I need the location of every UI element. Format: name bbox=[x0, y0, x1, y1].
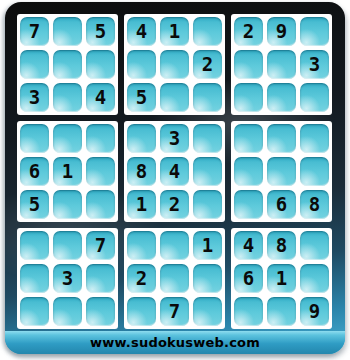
cell-r4c7[interactable] bbox=[234, 124, 263, 153]
cell-r7c9[interactable] bbox=[300, 231, 329, 260]
cell-r6c6[interactable] bbox=[193, 190, 222, 219]
cell-r8c9[interactable] bbox=[300, 264, 329, 293]
website-url: www.sudokusweb.com bbox=[90, 335, 260, 350]
cell-r7c3[interactable]: 7 bbox=[86, 231, 115, 260]
cell-r8c7[interactable]: 6 bbox=[234, 264, 263, 293]
cell-r1c6[interactable] bbox=[193, 17, 222, 46]
block-1-3: 293 bbox=[231, 14, 332, 115]
cell-r8c1[interactable] bbox=[20, 264, 49, 293]
cell-r7c2[interactable] bbox=[53, 231, 82, 260]
block-2-3: 68 bbox=[231, 121, 332, 222]
footer-band: www.sudokusweb.com bbox=[5, 331, 345, 354]
cell-r2c3[interactable] bbox=[86, 50, 115, 79]
cell-r8c4[interactable]: 2 bbox=[127, 264, 156, 293]
cell-r7c4[interactable] bbox=[127, 231, 156, 260]
cell-r7c8[interactable]: 8 bbox=[267, 231, 296, 260]
cell-r2c8[interactable] bbox=[267, 50, 296, 79]
cell-r8c3[interactable] bbox=[86, 264, 115, 293]
cell-r1c8[interactable]: 9 bbox=[267, 17, 296, 46]
cell-r5c1[interactable]: 6 bbox=[20, 157, 49, 186]
cell-r4c4[interactable] bbox=[127, 124, 156, 153]
cell-r7c5[interactable] bbox=[160, 231, 189, 260]
cell-r2c4[interactable] bbox=[127, 50, 156, 79]
cell-r3c9[interactable] bbox=[300, 83, 329, 112]
block-2-1: 615 bbox=[17, 121, 118, 222]
cell-r4c2[interactable] bbox=[53, 124, 82, 153]
cell-r4c9[interactable] bbox=[300, 124, 329, 153]
cell-r2c1[interactable] bbox=[20, 50, 49, 79]
cell-r6c5[interactable]: 2 bbox=[160, 190, 189, 219]
cell-r6c4[interactable]: 1 bbox=[127, 190, 156, 219]
cell-r1c5[interactable]: 1 bbox=[160, 17, 189, 46]
cell-r9c4[interactable] bbox=[127, 297, 156, 326]
cell-r9c2[interactable] bbox=[53, 297, 82, 326]
block-1-2: 4125 bbox=[124, 14, 225, 115]
cell-r3c7[interactable] bbox=[234, 83, 263, 112]
cell-r3c5[interactable] bbox=[160, 83, 189, 112]
cell-r2c9[interactable]: 3 bbox=[300, 50, 329, 79]
cell-r2c5[interactable] bbox=[160, 50, 189, 79]
cell-r5c2[interactable]: 1 bbox=[53, 157, 82, 186]
cell-r2c6[interactable]: 2 bbox=[193, 50, 222, 79]
cell-r4c1[interactable] bbox=[20, 124, 49, 153]
cell-r4c3[interactable] bbox=[86, 124, 115, 153]
cell-r6c8[interactable]: 6 bbox=[267, 190, 296, 219]
cell-r6c2[interactable] bbox=[53, 190, 82, 219]
cell-r5c4[interactable]: 8 bbox=[127, 157, 156, 186]
cell-r4c5[interactable]: 3 bbox=[160, 124, 189, 153]
cell-r5c7[interactable] bbox=[234, 157, 263, 186]
cell-r3c3[interactable]: 4 bbox=[86, 83, 115, 112]
cell-r9c5[interactable]: 7 bbox=[160, 297, 189, 326]
block-2-2: 38412 bbox=[124, 121, 225, 222]
cell-r9c7[interactable] bbox=[234, 297, 263, 326]
cell-r1c2[interactable] bbox=[53, 17, 82, 46]
cell-r7c6[interactable]: 1 bbox=[193, 231, 222, 260]
cell-r3c1[interactable]: 3 bbox=[20, 83, 49, 112]
block-3-1: 73 bbox=[17, 228, 118, 329]
cell-r9c3[interactable] bbox=[86, 297, 115, 326]
cell-r4c6[interactable] bbox=[193, 124, 222, 153]
cell-r3c8[interactable] bbox=[267, 83, 296, 112]
cell-r1c4[interactable]: 4 bbox=[127, 17, 156, 46]
cell-r7c7[interactable]: 4 bbox=[234, 231, 263, 260]
cell-r4c8[interactable] bbox=[267, 124, 296, 153]
cell-r1c7[interactable]: 2 bbox=[234, 17, 263, 46]
cell-r9c1[interactable] bbox=[20, 297, 49, 326]
cell-r5c5[interactable]: 4 bbox=[160, 157, 189, 186]
cell-r9c8[interactable] bbox=[267, 297, 296, 326]
cell-r6c9[interactable]: 8 bbox=[300, 190, 329, 219]
block-1-1: 7534 bbox=[17, 14, 118, 115]
cell-r8c6[interactable] bbox=[193, 264, 222, 293]
cell-r1c9[interactable] bbox=[300, 17, 329, 46]
cell-r2c2[interactable] bbox=[53, 50, 82, 79]
block-3-3: 48619 bbox=[231, 228, 332, 329]
board: 7534412529361538412687312748619 bbox=[17, 14, 332, 329]
cell-r6c1[interactable]: 5 bbox=[20, 190, 49, 219]
sudoku-board-frame: 7534412529361538412687312748619 www.sudo… bbox=[5, 2, 345, 354]
cell-r8c2[interactable]: 3 bbox=[53, 264, 82, 293]
cell-r1c1[interactable]: 7 bbox=[20, 17, 49, 46]
cell-r6c3[interactable] bbox=[86, 190, 115, 219]
cell-r9c9[interactable]: 9 bbox=[300, 297, 329, 326]
cell-r5c6[interactable] bbox=[193, 157, 222, 186]
cell-r3c2[interactable] bbox=[53, 83, 82, 112]
cell-r6c7[interactable] bbox=[234, 190, 263, 219]
cell-r9c6[interactable] bbox=[193, 297, 222, 326]
cell-r5c8[interactable] bbox=[267, 157, 296, 186]
cell-r5c3[interactable] bbox=[86, 157, 115, 186]
cell-r8c8[interactable]: 1 bbox=[267, 264, 296, 293]
cell-r1c3[interactable]: 5 bbox=[86, 17, 115, 46]
cell-r3c4[interactable]: 5 bbox=[127, 83, 156, 112]
cell-r3c6[interactable] bbox=[193, 83, 222, 112]
cell-r7c1[interactable] bbox=[20, 231, 49, 260]
cell-r8c5[interactable] bbox=[160, 264, 189, 293]
cell-r5c9[interactable] bbox=[300, 157, 329, 186]
cell-r2c7[interactable] bbox=[234, 50, 263, 79]
block-3-2: 127 bbox=[124, 228, 225, 329]
